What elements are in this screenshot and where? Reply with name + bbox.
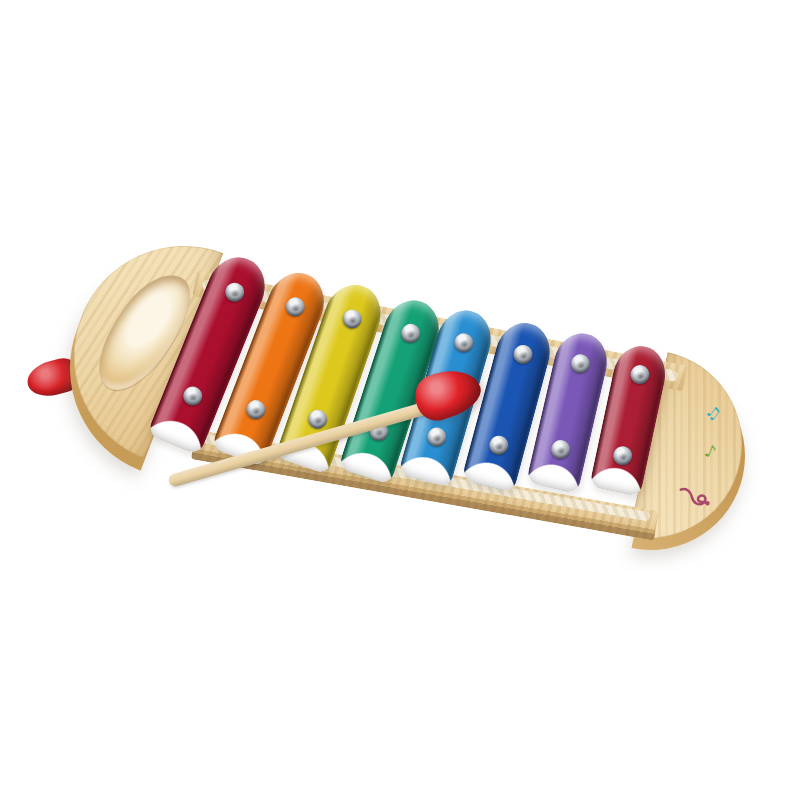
eighth-note-decoration: ♪ [702,442,718,462]
screw [340,306,364,330]
screw [452,331,476,355]
screw [611,445,634,468]
screw [628,363,651,386]
screw [424,426,448,450]
screw [549,438,572,461]
screw [399,321,423,345]
screw [180,384,205,409]
screw [511,342,534,365]
beamed-notes-decoration: ♫ [703,402,724,423]
screw [569,352,592,375]
screw [222,280,247,305]
screw [243,397,268,422]
screw [305,407,329,431]
screw [282,295,307,320]
treble-clef-icon [673,478,716,515]
scene: ♫ ♪ [0,0,800,800]
screw [487,433,510,456]
